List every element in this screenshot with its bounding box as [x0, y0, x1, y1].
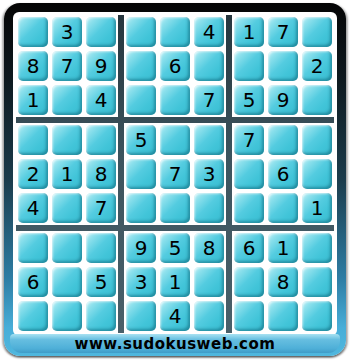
cell-r3c8[interactable]: 9 [268, 85, 298, 115]
box-2: 467 [124, 15, 226, 117]
sudoku-board: 387914467172592184757376165958314618 [16, 15, 334, 333]
cell-r7c7[interactable]: 6 [234, 233, 264, 263]
cell-r8c2[interactable] [52, 267, 82, 297]
cell-r1c1[interactable] [18, 17, 48, 47]
cell-r9c1[interactable] [18, 301, 48, 331]
cell-r3c7[interactable]: 5 [234, 85, 264, 115]
box-3: 17259 [232, 15, 334, 117]
cell-r2c4[interactable] [126, 51, 156, 81]
cell-r4c2[interactable] [52, 125, 82, 155]
cell-r6c3[interactable]: 7 [86, 193, 116, 223]
cell-r1c5[interactable] [160, 17, 190, 47]
cell-r7c4[interactable]: 9 [126, 233, 156, 263]
cell-r2c1[interactable]: 8 [18, 51, 48, 81]
cell-r2c8[interactable] [268, 51, 298, 81]
cell-r6c2[interactable] [52, 193, 82, 223]
cell-r4c1[interactable] [18, 125, 48, 155]
website-url: www.sudokusweb.com [75, 335, 276, 353]
cell-r7c9[interactable] [302, 233, 332, 263]
cell-r4c8[interactable] [268, 125, 298, 155]
cell-r2c5[interactable]: 6 [160, 51, 190, 81]
cell-r8c3[interactable]: 5 [86, 267, 116, 297]
cell-r2c9[interactable]: 2 [302, 51, 332, 81]
cell-r7c2[interactable] [52, 233, 82, 263]
box-4: 21847 [16, 123, 118, 225]
cell-r1c2[interactable]: 3 [52, 17, 82, 47]
cell-r8c8[interactable]: 8 [268, 267, 298, 297]
cell-r7c1[interactable] [18, 233, 48, 263]
cell-r3c1[interactable]: 1 [18, 85, 48, 115]
cell-r7c5[interactable]: 5 [160, 233, 190, 263]
box-5: 573 [124, 123, 226, 225]
cell-r4c4[interactable]: 5 [126, 125, 156, 155]
cell-r2c3[interactable]: 9 [86, 51, 116, 81]
cell-r6c6[interactable] [194, 193, 224, 223]
cell-r3c4[interactable] [126, 85, 156, 115]
cell-r4c6[interactable] [194, 125, 224, 155]
cell-r1c4[interactable] [126, 17, 156, 47]
cell-r8c9[interactable] [302, 267, 332, 297]
cell-r1c6[interactable]: 4 [194, 17, 224, 47]
cell-r9c7[interactable] [234, 301, 264, 331]
cell-r4c5[interactable] [160, 125, 190, 155]
footer-bar: www.sudokusweb.com [10, 334, 340, 353]
cell-r9c5[interactable]: 4 [160, 301, 190, 331]
cell-r9c2[interactable] [52, 301, 82, 331]
board-panel: 387914467172592184757376165958314618 [13, 12, 337, 336]
cell-r9c3[interactable] [86, 301, 116, 331]
cell-r1c9[interactable] [302, 17, 332, 47]
cell-r3c9[interactable] [302, 85, 332, 115]
cell-r3c2[interactable] [52, 85, 82, 115]
cell-r6c7[interactable] [234, 193, 264, 223]
cell-r3c5[interactable] [160, 85, 190, 115]
cell-r5c4[interactable] [126, 159, 156, 189]
cell-r8c1[interactable]: 6 [18, 267, 48, 297]
cell-r6c4[interactable] [126, 193, 156, 223]
cell-r4c3[interactable] [86, 125, 116, 155]
cell-r4c9[interactable] [302, 125, 332, 155]
sudoku-widget: 387914467172592184757376165958314618 www… [4, 3, 346, 356]
cell-r9c8[interactable] [268, 301, 298, 331]
box-7: 65 [16, 231, 118, 333]
cell-r1c3[interactable] [86, 17, 116, 47]
cell-r7c6[interactable]: 8 [194, 233, 224, 263]
cell-r5c7[interactable] [234, 159, 264, 189]
cell-r2c2[interactable]: 7 [52, 51, 82, 81]
cell-r5c8[interactable]: 6 [268, 159, 298, 189]
cell-r3c3[interactable]: 4 [86, 85, 116, 115]
box-6: 761 [232, 123, 334, 225]
cell-r9c4[interactable] [126, 301, 156, 331]
cell-r7c8[interactable]: 1 [268, 233, 298, 263]
cell-r5c6[interactable]: 3 [194, 159, 224, 189]
cell-r1c8[interactable]: 7 [268, 17, 298, 47]
cell-r5c5[interactable]: 7 [160, 159, 190, 189]
cell-r2c7[interactable] [234, 51, 264, 81]
cell-r4c7[interactable]: 7 [234, 125, 264, 155]
cell-r8c4[interactable]: 3 [126, 267, 156, 297]
cell-r3c6[interactable]: 7 [194, 85, 224, 115]
cell-r5c9[interactable] [302, 159, 332, 189]
cell-r5c2[interactable]: 1 [52, 159, 82, 189]
cell-r8c5[interactable]: 1 [160, 267, 190, 297]
cell-r6c8[interactable] [268, 193, 298, 223]
cell-r6c1[interactable]: 4 [18, 193, 48, 223]
cell-r9c9[interactable] [302, 301, 332, 331]
cell-r8c6[interactable] [194, 267, 224, 297]
cell-r7c3[interactable] [86, 233, 116, 263]
cell-r1c7[interactable]: 1 [234, 17, 264, 47]
cell-r2c6[interactable] [194, 51, 224, 81]
box-8: 958314 [124, 231, 226, 333]
cell-r6c5[interactable] [160, 193, 190, 223]
cell-r9c6[interactable] [194, 301, 224, 331]
box-9: 618 [232, 231, 334, 333]
cell-r6c9[interactable]: 1 [302, 193, 332, 223]
box-1: 387914 [16, 15, 118, 117]
cell-r5c3[interactable]: 8 [86, 159, 116, 189]
cell-r5c1[interactable]: 2 [18, 159, 48, 189]
cell-r8c7[interactable] [234, 267, 264, 297]
